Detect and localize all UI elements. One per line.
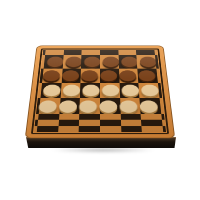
square-r5c6: ● <box>120 98 141 114</box>
checker-piece-light: ● <box>120 81 140 96</box>
square-r3c6: ● <box>119 68 139 82</box>
square-r3c2: ● <box>42 68 62 82</box>
square-r5c4: ● <box>80 98 100 114</box>
checker-piece-light: ● <box>118 97 139 113</box>
square-r2c3: ● <box>62 55 81 69</box>
checker-piece-dark: ● <box>137 67 157 81</box>
square-r4c8 <box>158 83 162 98</box>
square-r2c7: ● <box>137 55 157 69</box>
checker-piece-light: ● <box>41 81 62 96</box>
checker-piece-dark: ● <box>99 67 118 81</box>
square-r4c4: ● <box>80 83 100 98</box>
checker-piece-dark: ● <box>61 67 81 81</box>
checker-piece-light: ● <box>57 97 78 113</box>
square-r2c2: ● <box>44 55 64 69</box>
square-r8c4 <box>79 126 100 132</box>
checker-piece-light: ● <box>37 97 59 113</box>
checker-piece-dark: ● <box>41 67 61 81</box>
square-r3c7: ● <box>138 68 158 82</box>
square-r8c5 <box>100 126 121 132</box>
board-grid: ●●●●●●●●●●●●●●●●●●●●●●●● <box>34 50 166 132</box>
square-r8c2 <box>37 126 59 132</box>
square-r2c8 <box>155 55 159 69</box>
product-photo: ●●●●●●●●●●●●●●●●●●●●●●●● <box>0 0 200 200</box>
checker-piece-light: ● <box>101 81 121 96</box>
square-r4c3: ● <box>60 83 80 98</box>
square-r3c5: ● <box>100 68 119 82</box>
checker-piece-dark: ● <box>80 67 99 81</box>
square-r3c3: ● <box>61 68 81 82</box>
square-r5c2: ● <box>39 98 61 114</box>
checker-piece-light: ● <box>78 97 98 113</box>
square-r4c6: ● <box>119 83 139 98</box>
square-r5c7: ● <box>140 98 162 114</box>
square-r5c5: ● <box>100 98 120 114</box>
square-r2c4: ● <box>81 55 100 69</box>
checker-piece-dark: ● <box>83 54 102 67</box>
square-r8c8 <box>163 126 166 132</box>
square-r2c6: ● <box>118 55 137 69</box>
square-r4c7: ● <box>139 83 160 98</box>
square-r4c5: ● <box>100 83 120 98</box>
checkers-board: ●●●●●●●●●●●●●●●●●●●●●●●● <box>31 19 169 157</box>
checker-piece-light: ● <box>138 97 160 113</box>
checker-piece-dark: ● <box>118 67 138 81</box>
board-frame: ●●●●●●●●●●●●●●●●●●●●●●●● <box>25 46 175 139</box>
checker-piece-light: ● <box>61 81 81 96</box>
square-r8c7 <box>142 126 164 132</box>
square-r2c5: ● <box>100 55 119 69</box>
square-r8c6 <box>121 126 142 132</box>
checker-piece-light: ● <box>81 81 101 96</box>
square-r3c4: ● <box>81 68 100 82</box>
board-pinstripe: ●●●●●●●●●●●●●●●●●●●●●●●● <box>31 49 169 135</box>
square-r8c3 <box>58 126 79 132</box>
square-r5c8 <box>160 98 164 114</box>
checker-piece-light: ● <box>98 97 118 113</box>
square-r3c8 <box>156 68 160 82</box>
square-r5c3: ● <box>59 98 80 114</box>
square-r4c2: ● <box>40 83 61 98</box>
